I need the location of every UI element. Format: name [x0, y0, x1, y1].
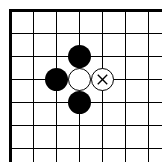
board-stones	[0, 0, 160, 160]
go-board-diagram	[0, 0, 162, 162]
marked-white-stone	[91, 68, 114, 91]
white-stone	[68, 68, 91, 91]
black-stone	[68, 45, 91, 68]
black-stone	[45, 68, 68, 91]
black-stone	[68, 91, 91, 114]
cross-mark-icon	[92, 69, 113, 90]
